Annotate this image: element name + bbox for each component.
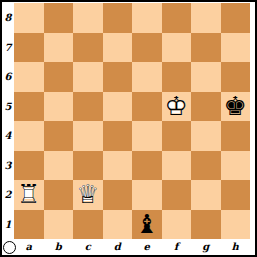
square-c2[interactable]: ♕♛ [73, 180, 103, 210]
square-c6[interactable] [73, 62, 103, 92]
square-f7[interactable] [162, 33, 192, 63]
square-d6[interactable] [103, 62, 133, 92]
square-a1[interactable] [14, 210, 44, 240]
piece-fill: ♛ [76, 180, 99, 209]
square-a6[interactable] [14, 62, 44, 92]
square-b5[interactable] [44, 92, 74, 122]
square-g3[interactable] [191, 151, 221, 181]
rank-label-1: 1 [2, 210, 14, 240]
square-b7[interactable] [44, 33, 74, 63]
file-label-f: f [162, 239, 192, 254]
square-e6[interactable] [132, 62, 162, 92]
piece-white-queen[interactable]: ♕♛ [76, 180, 99, 209]
square-d4[interactable] [103, 121, 133, 151]
square-g7[interactable] [191, 33, 221, 63]
square-f1[interactable] [162, 210, 192, 240]
square-h2[interactable] [221, 180, 251, 210]
square-g6[interactable] [191, 62, 221, 92]
square-a3[interactable] [14, 151, 44, 181]
file-label-c: c [73, 239, 103, 254]
file-label-e: e [132, 239, 162, 254]
square-a8[interactable] [14, 3, 44, 33]
square-h1[interactable] [221, 210, 251, 240]
square-f6[interactable] [162, 62, 192, 92]
file-label-h: h [221, 239, 251, 254]
file-label-b: b [44, 239, 74, 254]
square-d2[interactable] [103, 180, 133, 210]
square-e5[interactable] [132, 92, 162, 122]
square-g8[interactable] [191, 3, 221, 33]
piece-black-king[interactable]: ♚ [224, 92, 247, 121]
square-g1[interactable] [191, 210, 221, 240]
square-c1[interactable] [73, 210, 103, 240]
square-b4[interactable] [44, 121, 74, 151]
square-h3[interactable] [221, 151, 251, 181]
square-e7[interactable] [132, 33, 162, 63]
piece-black-bishop[interactable]: ♝ [135, 210, 158, 239]
piece-fill: ♜ [17, 180, 40, 209]
square-h8[interactable] [221, 3, 251, 33]
square-d1[interactable] [103, 210, 133, 240]
rank-label-3: 3 [2, 151, 14, 181]
rank-label-7: 7 [2, 33, 14, 63]
piece-fill: ♚ [165, 92, 188, 121]
square-a4[interactable] [14, 121, 44, 151]
rank-label-6: 6 [2, 62, 14, 92]
square-h7[interactable] [221, 33, 251, 63]
square-c4[interactable] [73, 121, 103, 151]
rank-label-5: 5 [2, 92, 14, 122]
square-f3[interactable] [162, 151, 192, 181]
rank-label-4: 4 [2, 121, 14, 151]
square-e4[interactable] [132, 121, 162, 151]
file-labels: abcdefgh [14, 239, 250, 254]
square-d8[interactable] [103, 3, 133, 33]
chess-diagram: 87654321 ♔♚♚♖♜♕♛♝ abcdefgh [0, 0, 257, 257]
square-b3[interactable] [44, 151, 74, 181]
square-b1[interactable] [44, 210, 74, 240]
square-f5[interactable]: ♔♚ [162, 92, 192, 122]
square-c8[interactable] [73, 3, 103, 33]
rank-label-8: 8 [2, 3, 14, 33]
file-label-a: a [14, 239, 44, 254]
square-d5[interactable] [103, 92, 133, 122]
white-to-move-indicator [3, 241, 16, 254]
rank-labels: 87654321 [2, 3, 14, 239]
file-label-d: d [103, 239, 133, 254]
square-c7[interactable] [73, 33, 103, 63]
square-a7[interactable] [14, 33, 44, 63]
square-d3[interactable] [103, 151, 133, 181]
square-f4[interactable] [162, 121, 192, 151]
square-g5[interactable] [191, 92, 221, 122]
square-h4[interactable] [221, 121, 251, 151]
square-e1[interactable]: ♝ [132, 210, 162, 240]
rank-label-2: 2 [2, 180, 14, 210]
square-c5[interactable] [73, 92, 103, 122]
square-h5[interactable]: ♚ [221, 92, 251, 122]
chess-board: ♔♚♚♖♜♕♛♝ [14, 3, 250, 239]
square-c3[interactable] [73, 151, 103, 181]
square-b8[interactable] [44, 3, 74, 33]
square-b2[interactable] [44, 180, 74, 210]
square-f8[interactable] [162, 3, 192, 33]
square-e3[interactable] [132, 151, 162, 181]
file-label-g: g [191, 239, 221, 254]
square-a2[interactable]: ♖♜ [14, 180, 44, 210]
square-g4[interactable] [191, 121, 221, 151]
square-a5[interactable] [14, 92, 44, 122]
square-b6[interactable] [44, 62, 74, 92]
square-e8[interactable] [132, 3, 162, 33]
square-f2[interactable] [162, 180, 192, 210]
square-g2[interactable] [191, 180, 221, 210]
square-h6[interactable] [221, 62, 251, 92]
piece-white-rook[interactable]: ♖♜ [17, 180, 40, 209]
square-d7[interactable] [103, 33, 133, 63]
square-e2[interactable] [132, 180, 162, 210]
piece-white-king[interactable]: ♔♚ [165, 92, 188, 121]
